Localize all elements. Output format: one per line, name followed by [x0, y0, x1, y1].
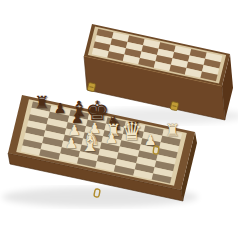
closed-box-clasp-right [170, 101, 179, 110]
open-board-clasp-front [94, 189, 101, 198]
brass-hardware [0, 0, 238, 238]
product-photo: ♜♟♝♚♟♞♜♜♟♜♛♟♟♟♞♟♝ [0, 0, 238, 238]
closed-box-clasp-left [87, 82, 96, 91]
open-board-clasp-right [153, 146, 159, 155]
